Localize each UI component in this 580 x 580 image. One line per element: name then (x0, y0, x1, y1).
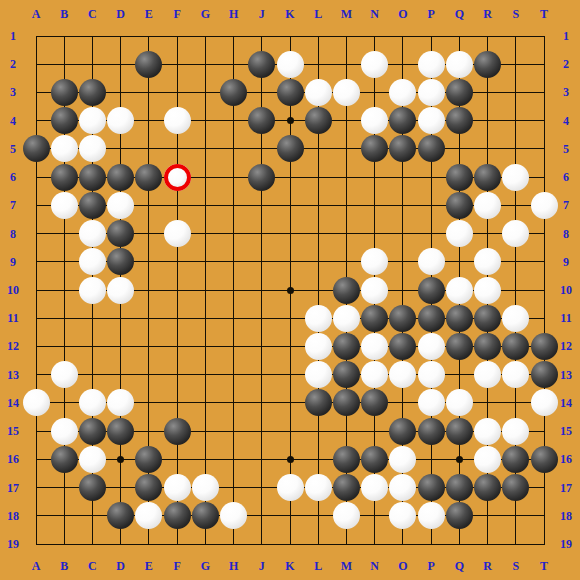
row-label-left-7: 7 (10, 199, 16, 211)
stone-white-O18: ○ (389, 502, 416, 529)
stone-white-S11: ○ (502, 305, 529, 332)
stone-black-O4: ● (389, 107, 416, 134)
row-label-right-6: 6 (563, 171, 569, 183)
row-label-right-3: 3 (563, 86, 569, 98)
col-label-bottom-A: A (32, 560, 41, 572)
stone-black-M17: ● (333, 474, 360, 501)
col-label-top-O: O (398, 8, 407, 20)
stone-white-C8: ○ (79, 220, 106, 247)
col-label-top-F: F (173, 8, 180, 20)
stone-black-B3: ● (51, 79, 78, 106)
row-label-left-13: 13 (7, 369, 19, 381)
stone-black-P15: ● (418, 418, 445, 445)
row-label-right-15: 15 (560, 425, 572, 437)
stone-black-M10: ● (333, 277, 360, 304)
stone-white-O16: ○ (389, 446, 416, 473)
col-label-bottom-E: E (145, 560, 153, 572)
stone-black-S17: ● (502, 474, 529, 501)
stone-black-T13: ● (531, 361, 558, 388)
col-label-top-R: R (483, 8, 492, 20)
stone-white-Q10: ○ (446, 277, 473, 304)
stone-black-T16: ● (531, 446, 558, 473)
stone-black-B4: ● (51, 107, 78, 134)
stone-black-J4: ● (248, 107, 275, 134)
stone-white-C9: ○ (79, 248, 106, 275)
stone-white-D4: ○ (107, 107, 134, 134)
stone-white-C16: ○ (79, 446, 106, 473)
col-label-top-C: C (88, 8, 97, 20)
stone-white-M3: ○ (333, 79, 360, 106)
stone-white-C10: ○ (79, 277, 106, 304)
row-label-right-8: 8 (563, 228, 569, 240)
col-label-top-Q: Q (455, 8, 464, 20)
stone-white-O3: ○ (389, 79, 416, 106)
stone-black-E17: ● (135, 474, 162, 501)
stone-white-P9: ○ (418, 248, 445, 275)
row-label-left-15: 15 (7, 425, 19, 437)
stone-black-N14: ● (361, 389, 388, 416)
stone-white-P14: ○ (418, 389, 445, 416)
col-label-top-B: B (60, 8, 68, 20)
stone-white-B5: ○ (51, 135, 78, 162)
stone-white-S8: ○ (502, 220, 529, 247)
stone-white-D14: ○ (107, 389, 134, 416)
stone-black-D15: ● (107, 418, 134, 445)
stone-white-C5: ○ (79, 135, 106, 162)
stone-black-M13: ● (333, 361, 360, 388)
stone-white-R9: ○ (474, 248, 501, 275)
stone-white-P18: ○ (418, 502, 445, 529)
stone-white-Q2: ○ (446, 51, 473, 78)
stone-white-H18: ○ (220, 502, 247, 529)
stone-black-D18: ● (107, 502, 134, 529)
stone-black-E2: ● (135, 51, 162, 78)
stone-white-P3: ○ (418, 79, 445, 106)
row-label-left-10: 10 (7, 284, 19, 296)
stone-black-B16: ● (51, 446, 78, 473)
stone-black-P11: ● (418, 305, 445, 332)
stone-white-T14: ○ (531, 389, 558, 416)
stone-black-S12: ● (502, 333, 529, 360)
col-label-bottom-R: R (483, 560, 492, 572)
col-label-top-T: T (540, 8, 548, 20)
star-point-K16 (287, 456, 294, 463)
row-label-left-2: 2 (10, 58, 16, 70)
stone-white-P13: ○ (418, 361, 445, 388)
stone-black-M16: ● (333, 446, 360, 473)
stone-black-Q12: ● (446, 333, 473, 360)
stone-black-P17: ● (418, 474, 445, 501)
row-label-left-17: 17 (7, 482, 19, 494)
star-point-D16 (117, 456, 124, 463)
stone-white-P4: ○ (418, 107, 445, 134)
col-label-bottom-N: N (370, 560, 379, 572)
row-label-right-11: 11 (560, 312, 571, 324)
row-label-left-12: 12 (7, 340, 19, 352)
stone-black-Q11: ● (446, 305, 473, 332)
stone-black-R2: ● (474, 51, 501, 78)
col-label-top-P: P (427, 8, 434, 20)
col-label-top-M: M (341, 8, 352, 20)
stone-white-C14: ○ (79, 389, 106, 416)
stone-black-T12: ● (531, 333, 558, 360)
stone-white-O17: ○ (389, 474, 416, 501)
stone-white-M11: ○ (333, 305, 360, 332)
col-label-bottom-D: D (116, 560, 125, 572)
stone-white-A14: ○ (23, 389, 50, 416)
stone-black-P10: ● (418, 277, 445, 304)
grid-hline-13 (36, 374, 545, 375)
stone-white-T7: ○ (531, 192, 558, 219)
star-point-K10 (287, 287, 294, 294)
row-label-right-4: 4 (563, 115, 569, 127)
col-label-top-L: L (314, 8, 322, 20)
stone-black-J6: ● (248, 164, 275, 191)
stone-white-L3: ○ (305, 79, 332, 106)
stone-white-S6: ○ (502, 164, 529, 191)
stone-black-Q3: ● (446, 79, 473, 106)
row-label-right-18: 18 (560, 510, 572, 522)
row-label-right-10: 10 (560, 284, 572, 296)
col-label-top-J: J (259, 8, 265, 20)
col-label-top-D: D (116, 8, 125, 20)
stone-white-N12: ○ (361, 333, 388, 360)
col-label-top-S: S (512, 8, 519, 20)
stone-white-F17: ○ (164, 474, 191, 501)
row-label-right-12: 12 (560, 340, 572, 352)
stone-white-L11: ○ (305, 305, 332, 332)
stone-white-N2: ○ (361, 51, 388, 78)
col-label-bottom-C: C (88, 560, 97, 572)
stone-black-Q6: ● (446, 164, 473, 191)
row-label-left-9: 9 (10, 256, 16, 268)
row-label-left-4: 4 (10, 115, 16, 127)
col-label-bottom-P: P (427, 560, 434, 572)
stone-black-O5: ● (389, 135, 416, 162)
stone-white-E18: ○ (135, 502, 162, 529)
col-label-top-H: H (229, 8, 238, 20)
stone-white-F8: ○ (164, 220, 191, 247)
stone-white-N4: ○ (361, 107, 388, 134)
row-label-left-14: 14 (7, 397, 19, 409)
row-label-right-1: 1 (563, 30, 569, 42)
row-label-left-5: 5 (10, 143, 16, 155)
stone-black-O12: ● (389, 333, 416, 360)
stone-black-N11: ● (361, 305, 388, 332)
col-label-bottom-F: F (173, 560, 180, 572)
row-label-right-5: 5 (563, 143, 569, 155)
row-label-right-13: 13 (560, 369, 572, 381)
row-label-right-17: 17 (560, 482, 572, 494)
row-label-left-3: 3 (10, 86, 16, 98)
stone-black-Q4: ● (446, 107, 473, 134)
stone-white-K17: ○ (277, 474, 304, 501)
stone-black-N5: ● (361, 135, 388, 162)
stone-black-O15: ● (389, 418, 416, 445)
stone-white-D7: ○ (107, 192, 134, 219)
stone-white-N13: ○ (361, 361, 388, 388)
col-label-bottom-L: L (314, 560, 322, 572)
stone-white-R16: ○ (474, 446, 501, 473)
col-label-top-G: G (201, 8, 210, 20)
col-label-bottom-S: S (512, 560, 519, 572)
last-move-marker-F6 (164, 164, 191, 191)
stone-white-G17: ○ (192, 474, 219, 501)
stone-black-Q15: ● (446, 418, 473, 445)
stone-white-R13: ○ (474, 361, 501, 388)
stone-white-L12: ○ (305, 333, 332, 360)
stone-black-C15: ● (79, 418, 106, 445)
stone-black-C7: ● (79, 192, 106, 219)
stone-black-R11: ● (474, 305, 501, 332)
stone-black-B6: ● (51, 164, 78, 191)
stone-black-A5: ● (23, 135, 50, 162)
stone-black-C6: ● (79, 164, 106, 191)
stone-black-K5: ● (277, 135, 304, 162)
row-label-right-14: 14 (560, 397, 572, 409)
grid-hline-19 (36, 544, 545, 545)
col-label-bottom-M: M (341, 560, 352, 572)
col-label-top-A: A (32, 8, 41, 20)
stone-black-E16: ● (135, 446, 162, 473)
stone-white-R15: ○ (474, 418, 501, 445)
stone-white-B15: ○ (51, 418, 78, 445)
col-label-top-K: K (285, 8, 294, 20)
row-label-left-16: 16 (7, 453, 19, 465)
stone-white-Q14: ○ (446, 389, 473, 416)
stone-white-K2: ○ (277, 51, 304, 78)
col-label-bottom-T: T (540, 560, 548, 572)
row-label-right-2: 2 (563, 58, 569, 70)
col-label-bottom-H: H (229, 560, 238, 572)
stone-black-H3: ● (220, 79, 247, 106)
col-label-bottom-J: J (259, 560, 265, 572)
stone-white-D10: ○ (107, 277, 134, 304)
stone-black-J2: ● (248, 51, 275, 78)
col-label-top-E: E (145, 8, 153, 20)
stone-black-Q17: ● (446, 474, 473, 501)
stone-black-F15: ● (164, 418, 191, 445)
go-board[interactable]: AABBCCDDEEFFGGHHJJKKLLMMNNOOPPQQRRSSTT11… (0, 0, 580, 580)
stone-black-P5: ● (418, 135, 445, 162)
stone-black-M12: ● (333, 333, 360, 360)
star-point-Q16 (456, 456, 463, 463)
stone-white-R7: ○ (474, 192, 501, 219)
stone-white-N10: ○ (361, 277, 388, 304)
stone-white-B7: ○ (51, 192, 78, 219)
stone-black-D8: ● (107, 220, 134, 247)
col-label-bottom-O: O (398, 560, 407, 572)
row-label-left-11: 11 (7, 312, 18, 324)
stone-black-L4: ● (305, 107, 332, 134)
stone-black-K3: ● (277, 79, 304, 106)
col-label-bottom-B: B (60, 560, 68, 572)
col-label-top-N: N (370, 8, 379, 20)
stone-black-R12: ● (474, 333, 501, 360)
row-label-right-19: 19 (560, 538, 572, 550)
row-label-right-16: 16 (560, 453, 572, 465)
stone-white-S15: ○ (502, 418, 529, 445)
stone-black-D9: ● (107, 248, 134, 275)
stone-black-O11: ● (389, 305, 416, 332)
row-label-right-9: 9 (563, 256, 569, 268)
stone-black-G18: ● (192, 502, 219, 529)
stone-black-Q18: ● (446, 502, 473, 529)
stone-white-L17: ○ (305, 474, 332, 501)
stone-black-M14: ● (333, 389, 360, 416)
stone-black-N16: ● (361, 446, 388, 473)
stone-white-B13: ○ (51, 361, 78, 388)
stone-black-R6: ● (474, 164, 501, 191)
stone-white-O13: ○ (389, 361, 416, 388)
stone-white-L13: ○ (305, 361, 332, 388)
stone-white-Q8: ○ (446, 220, 473, 247)
col-label-bottom-Q: Q (455, 560, 464, 572)
stone-black-C17: ● (79, 474, 106, 501)
row-label-left-8: 8 (10, 228, 16, 240)
stone-black-R17: ● (474, 474, 501, 501)
stone-black-S16: ● (502, 446, 529, 473)
stone-white-P2: ○ (418, 51, 445, 78)
row-label-left-1: 1 (10, 30, 16, 42)
stone-white-P12: ○ (418, 333, 445, 360)
star-point-K4 (287, 117, 294, 124)
row-label-left-18: 18 (7, 510, 19, 522)
row-label-left-6: 6 (10, 171, 16, 183)
col-label-bottom-G: G (201, 560, 210, 572)
row-label-right-7: 7 (563, 199, 569, 211)
stone-white-S13: ○ (502, 361, 529, 388)
stone-white-M18: ○ (333, 502, 360, 529)
row-label-left-19: 19 (7, 538, 19, 550)
stone-black-L14: ● (305, 389, 332, 416)
col-label-bottom-K: K (285, 560, 294, 572)
stone-white-N9: ○ (361, 248, 388, 275)
stone-black-D6: ● (107, 164, 134, 191)
stone-white-F4: ○ (164, 107, 191, 134)
stone-white-R10: ○ (474, 277, 501, 304)
stone-white-N17: ○ (361, 474, 388, 501)
stone-black-F18: ● (164, 502, 191, 529)
stone-white-C4: ○ (79, 107, 106, 134)
stone-black-C3: ● (79, 79, 106, 106)
stone-black-E6: ● (135, 164, 162, 191)
stone-black-Q7: ● (446, 192, 473, 219)
